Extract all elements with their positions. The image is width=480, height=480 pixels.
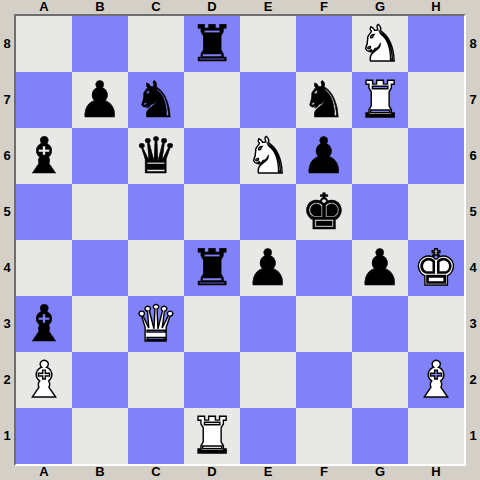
square-a6[interactable]: ♝: [16, 128, 72, 184]
piece-white-bishop[interactable]: ♝: [414, 352, 459, 408]
square-d1[interactable]: ♜: [184, 408, 240, 464]
rank-label-right-8: 8: [466, 16, 480, 72]
square-b4[interactable]: [72, 240, 128, 296]
square-d7[interactable]: [184, 72, 240, 128]
square-b2[interactable]: [72, 352, 128, 408]
square-a2[interactable]: ♝: [16, 352, 72, 408]
square-g1[interactable]: [352, 408, 408, 464]
file-label-top-h: H: [408, 0, 464, 14]
piece-black-pawn[interactable]: ♟: [246, 240, 291, 296]
square-g3[interactable]: [352, 296, 408, 352]
file-label-top-d: D: [184, 0, 240, 14]
file-label-top-g: G: [352, 0, 408, 14]
rank-label-right-6: 6: [466, 128, 480, 184]
square-e4[interactable]: ♟: [240, 240, 296, 296]
square-e2[interactable]: [240, 352, 296, 408]
square-f3[interactable]: [296, 296, 352, 352]
piece-white-king[interactable]: ♚: [414, 240, 459, 296]
piece-black-king[interactable]: ♚: [302, 184, 347, 240]
square-a1[interactable]: [16, 408, 72, 464]
rank-label-left-1: 1: [0, 408, 14, 464]
square-e8[interactable]: [240, 16, 296, 72]
file-label-bottom-c: C: [128, 465, 184, 479]
square-h7[interactable]: [408, 72, 464, 128]
piece-black-knight[interactable]: ♞: [302, 72, 347, 128]
piece-white-knight[interactable]: ♞: [358, 16, 403, 72]
square-c6[interactable]: ♛: [128, 128, 184, 184]
square-c7[interactable]: ♞: [128, 72, 184, 128]
piece-black-bishop[interactable]: ♝: [22, 296, 67, 352]
piece-black-rook[interactable]: ♜: [190, 240, 235, 296]
square-f2[interactable]: [296, 352, 352, 408]
square-f1[interactable]: [296, 408, 352, 464]
square-d5[interactable]: [184, 184, 240, 240]
file-label-top-f: F: [296, 0, 352, 14]
square-g4[interactable]: ♟: [352, 240, 408, 296]
rank-label-right-3: 3: [466, 296, 480, 352]
rank-label-left-8: 8: [0, 16, 14, 72]
file-label-top-c: C: [128, 0, 184, 14]
square-f5[interactable]: ♚: [296, 184, 352, 240]
square-d3[interactable]: [184, 296, 240, 352]
rank-label-left-2: 2: [0, 352, 14, 408]
square-b5[interactable]: [72, 184, 128, 240]
square-h2[interactable]: ♝: [408, 352, 464, 408]
piece-white-rook[interactable]: ♜: [358, 72, 403, 128]
square-b1[interactable]: [72, 408, 128, 464]
piece-black-queen[interactable]: ♛: [134, 128, 179, 184]
square-e6[interactable]: ♞: [240, 128, 296, 184]
square-b3[interactable]: [72, 296, 128, 352]
square-a8[interactable]: [16, 16, 72, 72]
piece-white-knight[interactable]: ♞: [246, 128, 291, 184]
square-d4[interactable]: ♜: [184, 240, 240, 296]
rank-label-left-5: 5: [0, 184, 14, 240]
rank-label-left-3: 3: [0, 296, 14, 352]
square-d6[interactable]: [184, 128, 240, 184]
square-a3[interactable]: ♝: [16, 296, 72, 352]
square-f4[interactable]: [296, 240, 352, 296]
file-label-bottom-b: B: [72, 465, 128, 479]
square-h1[interactable]: [408, 408, 464, 464]
square-c2[interactable]: [128, 352, 184, 408]
square-e5[interactable]: [240, 184, 296, 240]
square-b6[interactable]: [72, 128, 128, 184]
rank-label-left-7: 7: [0, 72, 14, 128]
piece-black-pawn[interactable]: ♟: [302, 128, 347, 184]
chess-board: ♜♞♟♞♞♜♝♛♞♟♚♜♟♟♚♝♛♝♝♜: [14, 14, 466, 466]
piece-black-pawn[interactable]: ♟: [358, 240, 403, 296]
square-e3[interactable]: [240, 296, 296, 352]
square-c1[interactable]: [128, 408, 184, 464]
square-h3[interactable]: [408, 296, 464, 352]
square-g8[interactable]: ♞: [352, 16, 408, 72]
square-e7[interactable]: [240, 72, 296, 128]
piece-white-bishop[interactable]: ♝: [22, 352, 67, 408]
rank-label-right-5: 5: [466, 184, 480, 240]
square-g5[interactable]: [352, 184, 408, 240]
rank-label-right-1: 1: [466, 408, 480, 464]
piece-black-knight[interactable]: ♞: [134, 72, 179, 128]
square-g6[interactable]: [352, 128, 408, 184]
square-c5[interactable]: [128, 184, 184, 240]
square-a4[interactable]: [16, 240, 72, 296]
square-g7[interactable]: ♜: [352, 72, 408, 128]
square-f7[interactable]: ♞: [296, 72, 352, 128]
piece-white-queen[interactable]: ♛: [134, 296, 179, 352]
rank-label-left-6: 6: [0, 128, 14, 184]
square-h6[interactable]: [408, 128, 464, 184]
piece-black-pawn[interactable]: ♟: [78, 72, 123, 128]
square-d2[interactable]: [184, 352, 240, 408]
square-b7[interactable]: ♟: [72, 72, 128, 128]
piece-black-rook[interactable]: ♜: [190, 16, 235, 72]
file-label-bottom-f: F: [296, 465, 352, 479]
square-g2[interactable]: [352, 352, 408, 408]
square-d8[interactable]: ♜: [184, 16, 240, 72]
square-b8[interactable]: [72, 16, 128, 72]
piece-white-rook[interactable]: ♜: [190, 408, 235, 464]
square-h5[interactable]: [408, 184, 464, 240]
square-h4[interactable]: ♚: [408, 240, 464, 296]
square-a7[interactable]: [16, 72, 72, 128]
square-e1[interactable]: [240, 408, 296, 464]
square-f6[interactable]: ♟: [296, 128, 352, 184]
rank-label-right-7: 7: [466, 72, 480, 128]
file-label-bottom-a: A: [16, 465, 72, 479]
square-f8[interactable]: [296, 16, 352, 72]
rank-label-right-2: 2: [466, 352, 480, 408]
file-label-top-e: E: [240, 0, 296, 14]
square-a5[interactable]: [16, 184, 72, 240]
square-h8[interactable]: [408, 16, 464, 72]
file-label-bottom-d: D: [184, 465, 240, 479]
file-label-top-a: A: [16, 0, 72, 14]
rank-label-left-4: 4: [0, 240, 14, 296]
file-label-bottom-g: G: [352, 465, 408, 479]
rank-label-right-4: 4: [466, 240, 480, 296]
file-label-bottom-h: H: [408, 465, 464, 479]
square-c4[interactable]: [128, 240, 184, 296]
chess-app-window: ♜♞♟♞♞♜♝♛♞♟♚♜♟♟♚♝♛♝♝♜ AABBCCDDEEFFGGHH887…: [0, 0, 480, 480]
square-c8[interactable]: [128, 16, 184, 72]
square-c3[interactable]: ♛: [128, 296, 184, 352]
file-label-top-b: B: [72, 0, 128, 14]
piece-black-bishop[interactable]: ♝: [22, 128, 67, 184]
file-label-bottom-e: E: [240, 465, 296, 479]
